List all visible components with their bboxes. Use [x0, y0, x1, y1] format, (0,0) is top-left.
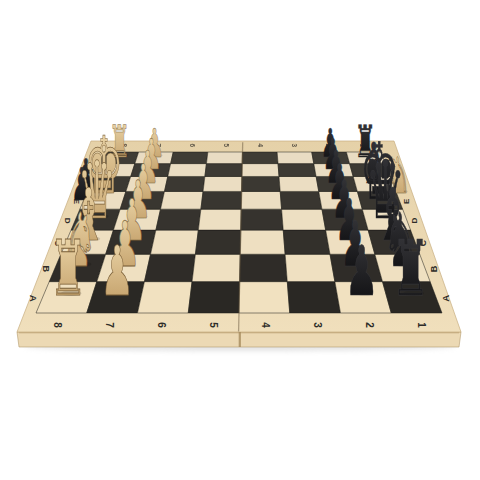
- square-c5[interactable]: [195, 230, 240, 254]
- square-f5[interactable]: [203, 176, 242, 191]
- square-c3[interactable]: [283, 230, 330, 254]
- rank-label-front-7: 7: [104, 322, 115, 328]
- square-b4[interactable]: [240, 254, 288, 281]
- file-label-left-A: A: [28, 295, 39, 302]
- square-h3[interactable]: [277, 152, 314, 164]
- rank-label-front-4: 4: [260, 322, 271, 328]
- square-c4[interactable]: [240, 230, 285, 254]
- rank-label-front-3: 3: [312, 322, 323, 328]
- square-h4[interactable]: [242, 152, 278, 164]
- square-e6[interactable]: [161, 191, 204, 209]
- square-h5[interactable]: [206, 152, 242, 164]
- square-g3[interactable]: [278, 164, 316, 177]
- black-rook-a1[interactable]: ♜: [392, 224, 430, 313]
- file-label-right-A: A: [440, 295, 451, 302]
- square-a6[interactable]: [138, 282, 193, 313]
- square-d5[interactable]: [198, 209, 241, 230]
- square-f3[interactable]: [279, 176, 319, 191]
- piece-glyph: ♟: [100, 230, 134, 311]
- square-f6[interactable]: [164, 176, 204, 191]
- chessboard-photo: 8765432187654321ABCDEFGHABCDEFGH♜♟♟♜♟♟♟♞…: [0, 0, 480, 480]
- rank-label-back-6: 6: [189, 143, 196, 147]
- square-c6[interactable]: [151, 230, 199, 254]
- rank-label-front-6: 6: [156, 322, 167, 328]
- square-b3[interactable]: [285, 254, 335, 281]
- rank-label-front-2: 2: [364, 322, 375, 328]
- rank-label-front-8: 8: [52, 322, 63, 328]
- file-label-right-B: B: [429, 265, 439, 272]
- rank-label-front-5: 5: [208, 322, 219, 328]
- piece-glyph: ♜: [49, 224, 87, 313]
- square-a5[interactable]: [188, 282, 239, 313]
- square-d3[interactable]: [282, 209, 326, 230]
- piece-glyph: ♜: [392, 224, 430, 313]
- rank-label-back-5: 5: [223, 143, 230, 147]
- square-f4[interactable]: [242, 176, 281, 191]
- square-a4[interactable]: [239, 282, 290, 313]
- square-g6[interactable]: [168, 164, 207, 177]
- square-b6[interactable]: [144, 254, 195, 281]
- fold-seam-hinge-gap: [239, 332, 241, 347]
- square-e5[interactable]: [201, 191, 242, 209]
- white-rook-a8[interactable]: ♜: [49, 224, 87, 313]
- white-pawn-a7[interactable]: ♟: [100, 230, 134, 311]
- square-g4[interactable]: [242, 164, 279, 177]
- product-photo: 8765432187654321ABCDEFGHABCDEFGH♜♟♟♜♟♟♟♞…: [0, 0, 480, 480]
- square-h6[interactable]: [171, 152, 208, 164]
- square-d4[interactable]: [241, 209, 283, 230]
- rank-label-front-1: 1: [416, 322, 427, 328]
- rank-label-back-3: 3: [291, 143, 298, 147]
- black-pawn-a2[interactable]: ♟: [345, 230, 379, 311]
- square-a3[interactable]: [287, 282, 340, 313]
- rank-label-back-4: 4: [257, 143, 264, 147]
- square-e3[interactable]: [280, 191, 322, 209]
- square-e4[interactable]: [241, 191, 281, 209]
- square-g5[interactable]: [205, 164, 242, 177]
- square-d6[interactable]: [156, 209, 201, 230]
- piece-glyph: ♟: [345, 230, 379, 311]
- square-b5[interactable]: [192, 254, 240, 281]
